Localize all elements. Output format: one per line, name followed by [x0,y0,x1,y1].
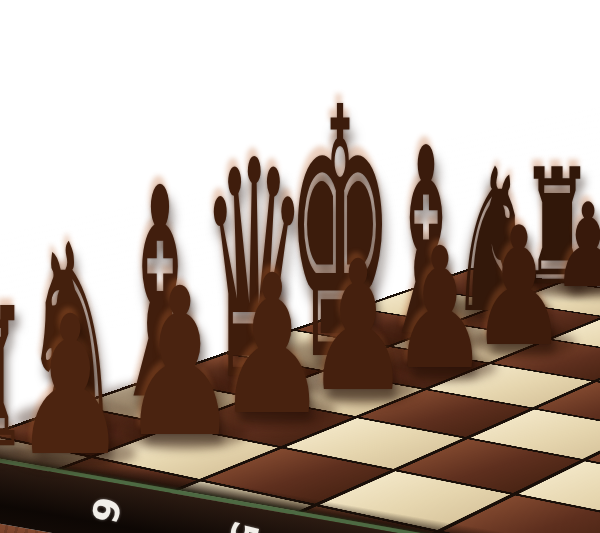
rank-label-5: 5 [223,518,264,533]
rank-label-6: 6 [85,493,126,526]
chess-product-photo: 765 ♜♞♟♝♟♚♟♛♟♝♟♞♟♜♟ [0,0,600,533]
board-perspective-wrap [0,0,600,533]
